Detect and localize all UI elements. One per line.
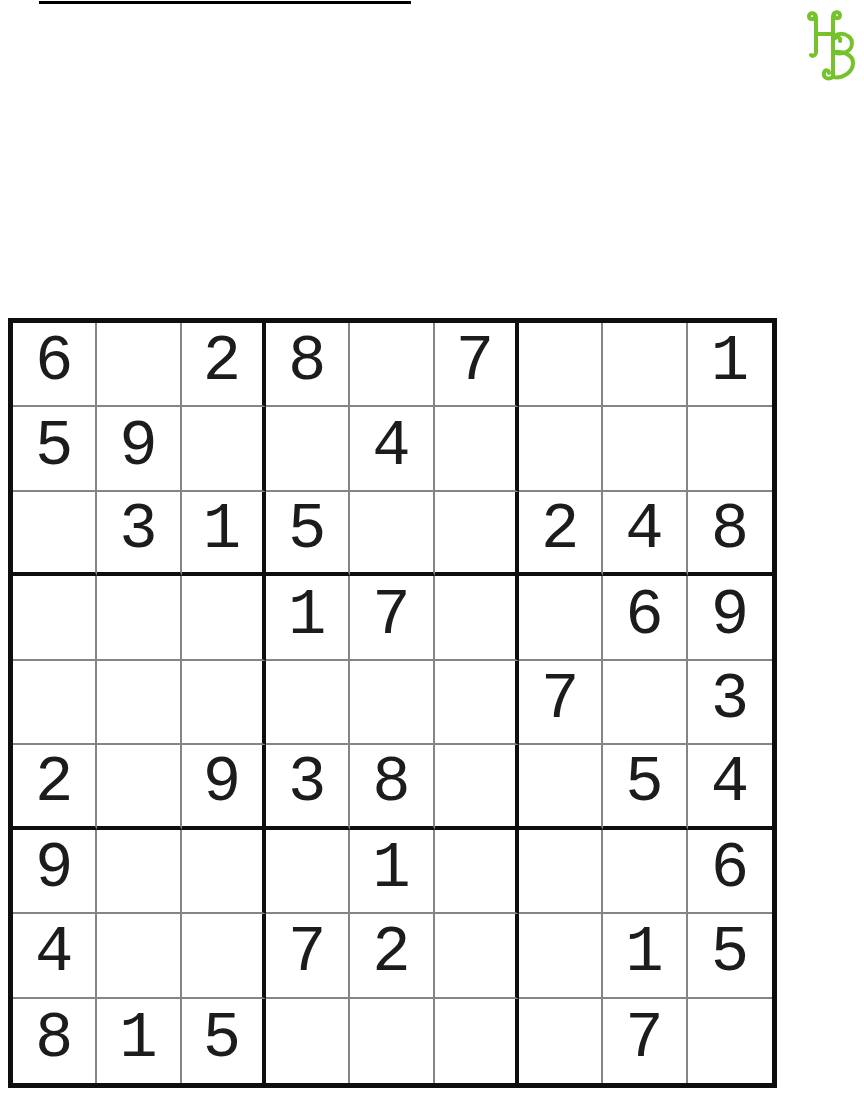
given-digit: 1 — [119, 1007, 157, 1071]
cell-r7c8[interactable] — [603, 830, 687, 914]
cell-r7c3[interactable] — [182, 830, 266, 914]
given-digit: 6 — [35, 330, 73, 394]
cell-r5c5[interactable] — [350, 661, 434, 745]
cell-r7c7[interactable] — [519, 830, 603, 914]
given-digit: 1 — [711, 330, 749, 394]
given-digit: 1 — [625, 921, 663, 985]
given-digit: 5 — [288, 498, 326, 562]
cell-r6c7[interactable] — [519, 745, 603, 829]
cell-r7c2[interactable] — [97, 830, 181, 914]
cell-r8c4[interactable]: 7 — [266, 914, 350, 998]
logo-b-flourish — [835, 37, 840, 41]
cell-r4c5[interactable]: 7 — [350, 576, 434, 660]
cell-r6c1[interactable]: 2 — [13, 745, 97, 829]
given-digit: 5 — [625, 751, 663, 815]
title-underline — [39, 1, 411, 4]
given-digit: 5 — [203, 1007, 241, 1071]
cell-r7c6[interactable] — [435, 830, 519, 914]
cell-r3c5[interactable] — [350, 492, 434, 576]
given-digit: 2 — [541, 498, 579, 562]
cell-r3c2[interactable]: 3 — [97, 492, 181, 576]
cell-r3c4[interactable]: 5 — [266, 492, 350, 576]
cell-r3c7[interactable]: 2 — [519, 492, 603, 576]
cell-r6c4[interactable]: 3 — [266, 745, 350, 829]
logo-hb-stem — [833, 12, 840, 77]
given-digit: 9 — [119, 415, 157, 479]
cell-r9c8[interactable]: 7 — [603, 999, 687, 1083]
cell-r4c4[interactable]: 1 — [266, 576, 350, 660]
sudoku-board: 62871594315248176973293854916472158157 — [8, 318, 777, 1088]
cell-r5c3[interactable] — [182, 661, 266, 745]
cell-r4c9[interactable]: 9 — [688, 576, 772, 660]
logo-h-left-foot — [811, 52, 816, 56]
given-digit: 7 — [625, 1007, 663, 1071]
cell-r4c6[interactable] — [435, 576, 519, 660]
cell-r1c2[interactable] — [97, 323, 181, 407]
given-digit: 2 — [35, 751, 73, 815]
cell-r2c5[interactable]: 4 — [350, 407, 434, 491]
cell-r2c1[interactable]: 5 — [13, 407, 97, 491]
given-digit: 9 — [35, 837, 73, 901]
cell-r4c8[interactable]: 6 — [603, 576, 687, 660]
given-digit: 8 — [35, 1007, 73, 1071]
cell-r1c8[interactable] — [603, 323, 687, 407]
given-digit: 5 — [711, 921, 749, 985]
logo-b-lower-bowl — [833, 52, 853, 77]
cell-r6c2[interactable] — [97, 745, 181, 829]
given-digit: 1 — [288, 584, 326, 648]
cell-r9c7[interactable] — [519, 999, 603, 1083]
given-digit: 2 — [203, 330, 241, 394]
cell-r1c9[interactable]: 1 — [688, 323, 772, 407]
cell-r1c3[interactable]: 2 — [182, 323, 266, 407]
cell-r2c4[interactable] — [266, 407, 350, 491]
cell-r1c5[interactable] — [350, 323, 434, 407]
cell-r3c6[interactable] — [435, 492, 519, 576]
cell-r2c3[interactable] — [182, 407, 266, 491]
cell-r6c6[interactable] — [435, 745, 519, 829]
cell-r6c3[interactable]: 9 — [182, 745, 266, 829]
given-digit: 9 — [203, 751, 241, 815]
cell-r8c2[interactable] — [97, 914, 181, 998]
cell-r8c9[interactable]: 5 — [688, 914, 772, 998]
given-digit: 6 — [625, 584, 663, 648]
cell-r5c8[interactable] — [603, 661, 687, 745]
cell-r2c8[interactable] — [603, 407, 687, 491]
cell-r7c9[interactable]: 6 — [688, 830, 772, 914]
cell-r8c6[interactable] — [435, 914, 519, 998]
cell-r6c8[interactable]: 5 — [603, 745, 687, 829]
cell-r4c2[interactable] — [97, 576, 181, 660]
cell-r2c2[interactable]: 9 — [97, 407, 181, 491]
cell-r4c7[interactable] — [519, 576, 603, 660]
given-digit: 8 — [711, 498, 749, 562]
given-digit: 8 — [372, 751, 410, 815]
given-digit: 2 — [372, 921, 410, 985]
cell-r1c1[interactable]: 6 — [13, 323, 97, 407]
cell-r5c7[interactable]: 7 — [519, 661, 603, 745]
cell-r5c2[interactable] — [97, 661, 181, 745]
given-digit: 4 — [711, 751, 749, 815]
cell-r8c5[interactable]: 2 — [350, 914, 434, 998]
cell-r9c5[interactable] — [350, 999, 434, 1083]
cell-r8c3[interactable] — [182, 914, 266, 998]
cell-r5c9[interactable]: 3 — [688, 661, 772, 745]
cell-r1c6[interactable]: 7 — [435, 323, 519, 407]
cell-r3c9[interactable]: 8 — [688, 492, 772, 576]
cell-r8c7[interactable] — [519, 914, 603, 998]
given-digit: 4 — [35, 921, 73, 985]
given-digit: 9 — [711, 584, 749, 648]
given-digit: 3 — [119, 498, 157, 562]
cell-r2c9[interactable] — [688, 407, 772, 491]
given-digit: 8 — [288, 330, 326, 394]
given-digit: 3 — [288, 751, 326, 815]
given-digit: 4 — [372, 415, 410, 479]
cell-r3c3[interactable]: 1 — [182, 492, 266, 576]
given-digit: 5 — [35, 415, 73, 479]
cell-r7c5[interactable]: 1 — [350, 830, 434, 914]
cell-r5c1[interactable] — [13, 661, 97, 745]
cell-r1c4[interactable]: 8 — [266, 323, 350, 407]
given-digit: 1 — [203, 498, 241, 562]
cell-r7c4[interactable] — [266, 830, 350, 914]
cell-r9c2[interactable]: 1 — [97, 999, 181, 1083]
given-digit: 7 — [541, 668, 579, 732]
given-digit: 6 — [711, 837, 749, 901]
cell-r6c5[interactable]: 8 — [350, 745, 434, 829]
cell-r4c3[interactable] — [182, 576, 266, 660]
given-digit: 3 — [711, 668, 749, 732]
cell-r1c7[interactable] — [519, 323, 603, 407]
given-digit: 7 — [372, 584, 410, 648]
cell-r8c1[interactable]: 4 — [13, 914, 97, 998]
cell-r6c9[interactable]: 4 — [688, 745, 772, 829]
given-digit: 4 — [625, 498, 663, 562]
hb-monogram-logo — [801, 7, 859, 87]
cell-r8c8[interactable]: 1 — [603, 914, 687, 998]
given-digit: 7 — [288, 921, 326, 985]
cell-r7c1[interactable]: 9 — [13, 830, 97, 914]
cell-r3c8[interactable]: 4 — [603, 492, 687, 576]
cell-r5c4[interactable] — [266, 661, 350, 745]
cell-r5c6[interactable] — [435, 661, 519, 745]
cell-r9c1[interactable]: 8 — [13, 999, 97, 1083]
cell-r9c3[interactable]: 5 — [182, 999, 266, 1083]
cell-r3c1[interactable] — [13, 492, 97, 576]
cell-r2c7[interactable] — [519, 407, 603, 491]
given-digit: 1 — [372, 837, 410, 901]
given-digit: 7 — [456, 330, 494, 394]
cell-r9c9[interactable] — [688, 999, 772, 1083]
cell-r9c4[interactable] — [266, 999, 350, 1083]
cell-r9c6[interactable] — [435, 999, 519, 1083]
cell-r2c6[interactable] — [435, 407, 519, 491]
cell-r4c1[interactable] — [13, 576, 97, 660]
